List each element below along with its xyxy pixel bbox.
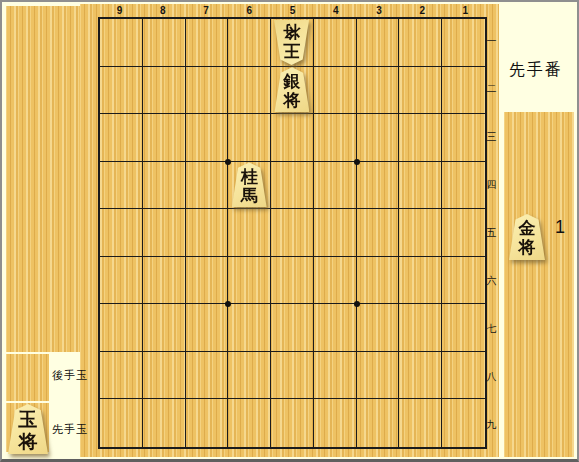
board-cell[interactable] [314, 114, 357, 162]
turn-indicator: 先手番 [509, 60, 575, 81]
rank-label: 七 [485, 305, 498, 353]
hand-piece-count: 1 [555, 217, 573, 238]
board-cell[interactable] [399, 19, 442, 67]
board-cell[interactable] [100, 209, 143, 257]
board-cell[interactable] [271, 114, 314, 162]
board-cell[interactable] [271, 209, 314, 257]
sente-piece-銀将[interactable]: 銀将 [274, 67, 309, 112]
sente-king-piece[interactable]: 玉将 [8, 404, 48, 454]
board-cell[interactable] [100, 399, 143, 447]
board-cell[interactable] [143, 304, 186, 352]
board-cell[interactable] [314, 162, 357, 210]
board-cell[interactable] [442, 162, 485, 210]
board-cell[interactable] [314, 399, 357, 447]
sente-hand-stand[interactable]: 金将 1 [504, 112, 574, 457]
board-cell[interactable] [357, 162, 400, 210]
board-cell[interactable] [357, 209, 400, 257]
board-cell[interactable] [228, 399, 271, 447]
board-cell[interactable] [357, 114, 400, 162]
board-cell[interactable] [228, 67, 271, 115]
board-cell[interactable] [186, 114, 229, 162]
board-cell[interactable] [100, 304, 143, 352]
board-cell[interactable] [399, 399, 442, 447]
board-cell[interactable] [186, 162, 229, 210]
rank-label: 八 [485, 353, 498, 401]
sente-hand-piece-gold[interactable]: 金将 [509, 214, 545, 260]
board-cell[interactable] [357, 304, 400, 352]
board-cell[interactable] [442, 114, 485, 162]
board-cell[interactable] [100, 352, 143, 400]
board-cell[interactable] [271, 304, 314, 352]
file-label: 6 [228, 4, 271, 17]
file-labels: 9 8 7 6 5 4 3 2 1 [98, 4, 487, 17]
board-cell[interactable] [228, 19, 271, 67]
rank-label: 五 [485, 209, 498, 257]
file-label: 1 [444, 4, 487, 17]
board-cell[interactable] [100, 67, 143, 115]
board-cell[interactable] [143, 19, 186, 67]
gote-hand-stand[interactable] [6, 6, 80, 352]
board-cell[interactable] [314, 67, 357, 115]
sente-king-tray[interactable]: 玉将 [6, 403, 49, 452]
board-cell[interactable] [228, 114, 271, 162]
rank-label: 六 [485, 257, 498, 305]
board-cell[interactable]: 桂馬 [228, 162, 271, 210]
board-cell[interactable] [186, 304, 229, 352]
shogi-editor-window: 9 8 7 6 5 4 3 2 1 王将銀将桂馬 一 二 三 四 五 六 七 八… [0, 0, 579, 462]
board-cell[interactable] [399, 209, 442, 257]
board-cell[interactable] [186, 257, 229, 305]
board-cell[interactable] [399, 67, 442, 115]
board-cell[interactable] [186, 67, 229, 115]
sente-king-tray-label: 先手玉 [52, 422, 88, 437]
rank-label: 三 [485, 113, 498, 161]
board-cell[interactable] [100, 162, 143, 210]
board-cell[interactable] [228, 209, 271, 257]
board-cell[interactable] [399, 352, 442, 400]
board-cell[interactable] [271, 352, 314, 400]
board-cell[interactable] [314, 304, 357, 352]
board-cell[interactable] [186, 19, 229, 67]
board-cell[interactable] [442, 399, 485, 447]
board-cell[interactable] [442, 19, 485, 67]
file-label: 7 [184, 4, 227, 17]
board-cell[interactable] [357, 352, 400, 400]
board-cell[interactable] [399, 162, 442, 210]
rank-labels: 一 二 三 四 五 六 七 八 九 [485, 17, 498, 449]
board-cell[interactable] [271, 257, 314, 305]
rank-label: 二 [485, 65, 498, 113]
board-cell[interactable] [271, 399, 314, 447]
board-cell[interactable] [399, 257, 442, 305]
board-cell[interactable] [399, 304, 442, 352]
sente-piece-桂馬[interactable]: 桂馬 [232, 162, 267, 207]
board-cell[interactable] [143, 67, 186, 115]
board-cell[interactable]: 銀将 [271, 67, 314, 115]
board-cell[interactable] [186, 209, 229, 257]
board-cell[interactable] [143, 114, 186, 162]
rank-label: 四 [485, 161, 498, 209]
star-point [225, 301, 231, 307]
board-cell[interactable] [314, 257, 357, 305]
board-cell[interactable] [442, 304, 485, 352]
rank-label: 九 [485, 401, 498, 449]
board-cell[interactable] [399, 114, 442, 162]
shogi-board: 9 8 7 6 5 4 3 2 1 王将銀将桂馬 一 二 三 四 五 六 七 八… [80, 4, 499, 457]
board-cell[interactable] [271, 162, 314, 210]
board-cell[interactable] [442, 257, 485, 305]
board-cell[interactable] [100, 114, 143, 162]
board-cell[interactable] [442, 67, 485, 115]
file-label: 4 [314, 4, 357, 17]
board-cell[interactable] [357, 67, 400, 115]
board-cell[interactable] [314, 209, 357, 257]
file-label: 9 [98, 4, 141, 17]
board-cell[interactable] [228, 352, 271, 400]
board-cell[interactable]: 王将 [271, 19, 314, 67]
gote-piece-王将[interactable]: 王将 [274, 20, 309, 65]
board-cell[interactable] [143, 257, 186, 305]
board-cell[interactable] [314, 352, 357, 400]
board-cell[interactable] [186, 399, 229, 447]
rank-label: 一 [485, 17, 498, 65]
board-cell[interactable] [100, 19, 143, 67]
board-cell[interactable] [442, 352, 485, 400]
file-label: 2 [401, 4, 444, 17]
board-cell[interactable] [100, 257, 143, 305]
board-cell[interactable] [357, 257, 400, 305]
star-point [225, 159, 231, 165]
board-cell[interactable] [143, 352, 186, 400]
board-cell[interactable] [442, 209, 485, 257]
board-cell[interactable] [228, 304, 271, 352]
star-point [354, 159, 360, 165]
board-cell[interactable] [143, 209, 186, 257]
board-grid: 王将銀将桂馬 [98, 17, 487, 449]
board-cell[interactable] [357, 399, 400, 447]
board-cell[interactable] [314, 19, 357, 67]
board-cell[interactable] [357, 19, 400, 67]
board-cell[interactable] [143, 399, 186, 447]
gote-king-tray[interactable] [6, 354, 49, 401]
board-cell[interactable] [143, 162, 186, 210]
file-label: 3 [357, 4, 400, 17]
gote-king-tray-label: 後手玉 [52, 368, 88, 383]
file-label: 8 [141, 4, 184, 17]
star-point [354, 301, 360, 307]
file-label: 5 [271, 4, 314, 17]
board-cell[interactable] [228, 257, 271, 305]
board-cell[interactable] [186, 352, 229, 400]
